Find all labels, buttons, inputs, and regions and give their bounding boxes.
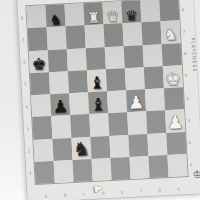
crown-ornament-icon: ♔ (192, 169, 200, 179)
board-grid: ♞♜♛♛♞♚♝♚♟♝♟♟♞ (26, 0, 187, 184)
file-label-e: e (121, 189, 124, 194)
piece-white-queen-e8: ♛ (106, 9, 120, 24)
piece-black-knight-c2: ♞ (72, 140, 90, 160)
rank-label-1: 1 (29, 171, 32, 176)
square-d6 (86, 47, 106, 70)
piece-black-pawn-b4: ♟ (52, 98, 69, 117)
rank-label-7: 7 (183, 29, 186, 34)
square-f2 (128, 134, 148, 157)
square-f1 (129, 156, 149, 179)
square-h7: ♞ (160, 21, 180, 44)
square-e4 (107, 90, 127, 113)
rank-label-1: 1 (190, 162, 193, 167)
rank-label-8: 8 (181, 7, 184, 12)
square-b5 (49, 71, 69, 94)
square-e1 (110, 157, 130, 180)
file-labels: abcdefgh (36, 186, 188, 199)
square-f7 (122, 23, 142, 46)
square-f3 (127, 111, 147, 134)
piece-white-rook-d8: ♜ (87, 10, 101, 25)
square-b7 (47, 26, 67, 49)
square-f4: ♟ (126, 89, 146, 112)
file-label-h: h (177, 186, 180, 191)
square-g6 (143, 44, 163, 67)
rank-label-3: 3 (26, 126, 29, 131)
square-c4 (69, 92, 89, 115)
square-c1 (73, 159, 93, 182)
rank-label-4: 4 (186, 96, 189, 101)
square-c2: ♞ (71, 137, 91, 160)
square-h4 (164, 87, 184, 110)
rank-label-5: 5 (185, 73, 188, 78)
square-a4 (31, 94, 51, 117)
file-label-b: b (64, 192, 67, 197)
square-e2 (109, 135, 129, 158)
square-a5 (30, 72, 50, 95)
square-a3 (32, 116, 52, 139)
square-g3 (146, 110, 166, 133)
piece-black-bishop-d4: ♝ (90, 96, 107, 115)
square-a7 (28, 27, 48, 50)
captured-white-pawn-icon: ♟ (92, 183, 105, 195)
rank-label-6: 6 (23, 60, 26, 65)
square-b2 (52, 138, 72, 161)
file-label-f: f (140, 188, 142, 193)
square-d3 (89, 113, 109, 136)
square-b1 (54, 160, 74, 183)
square-g1 (148, 155, 168, 178)
square-d8: ♜ (83, 2, 103, 25)
square-b6 (48, 49, 68, 72)
square-b4: ♟ (50, 93, 70, 116)
square-c5 (68, 70, 88, 93)
square-e6 (105, 46, 125, 69)
rank-label-2: 2 (28, 148, 31, 153)
square-c6 (67, 48, 87, 71)
square-h8 (159, 0, 179, 22)
piece-black-queen-f8: ♛ (125, 8, 139, 23)
square-b3 (51, 115, 71, 138)
file-label-g: g (158, 187, 161, 192)
square-c7 (66, 25, 86, 48)
square-f5 (125, 67, 145, 90)
square-d7 (85, 24, 105, 47)
square-f6 (124, 45, 144, 68)
square-h2 (166, 132, 186, 155)
square-a2 (33, 139, 53, 162)
square-h3: ♟ (165, 109, 185, 132)
piece-white-king-h5: ♚ (165, 70, 181, 88)
square-e3 (108, 112, 128, 135)
piece-black-king-a6: ♚ (31, 56, 46, 73)
piece-black-knight-b8: ♞ (49, 12, 63, 27)
square-g4 (145, 88, 165, 111)
piece-white-pawn-h3: ♟ (166, 113, 184, 132)
square-a8 (26, 5, 46, 28)
table-surface: ♞♜♛♛♞♚♝♚♟♝♟♟♞ abcdefgh 87654321 87654321… (0, 0, 200, 200)
rank-label-2: 2 (188, 140, 191, 145)
square-g5 (144, 66, 164, 89)
rank-label-6: 6 (184, 51, 187, 56)
square-b8: ♞ (45, 4, 65, 27)
rank-label-7: 7 (22, 37, 25, 42)
chess-board: ♞♜♛♛♞♚♝♚♟♝♟♟♞ abcdefgh 87654321 87654321… (17, 0, 200, 200)
square-h1 (167, 154, 187, 177)
square-g7 (141, 22, 161, 45)
square-d1 (92, 158, 112, 181)
square-f8: ♛ (121, 0, 141, 23)
rank-label-4: 4 (25, 104, 28, 109)
square-c3 (70, 114, 90, 137)
piece-black-bishop-d5: ♝ (89, 74, 105, 92)
board-brand-text: PLAYCHESS (187, 37, 197, 72)
square-g8 (140, 0, 160, 23)
square-g2 (147, 133, 167, 156)
square-c8 (64, 3, 84, 26)
square-d4: ♝ (88, 91, 108, 114)
square-h6 (162, 43, 182, 66)
rank-label-3: 3 (187, 118, 190, 123)
file-label-c: c (83, 191, 85, 196)
square-e8: ♛ (102, 1, 122, 24)
piece-white-knight-h7: ♞ (163, 28, 178, 44)
square-d5: ♝ (87, 69, 107, 92)
square-e5 (106, 68, 126, 91)
square-d2 (90, 136, 110, 159)
piece-white-pawn-f4: ♟ (128, 94, 145, 113)
rank-label-5: 5 (24, 82, 27, 87)
square-h5: ♚ (163, 65, 183, 88)
square-a1 (35, 161, 55, 184)
square-a6: ♚ (29, 50, 49, 73)
file-label-a: a (45, 193, 48, 198)
square-e7 (104, 24, 124, 47)
rank-label-8: 8 (21, 15, 24, 20)
